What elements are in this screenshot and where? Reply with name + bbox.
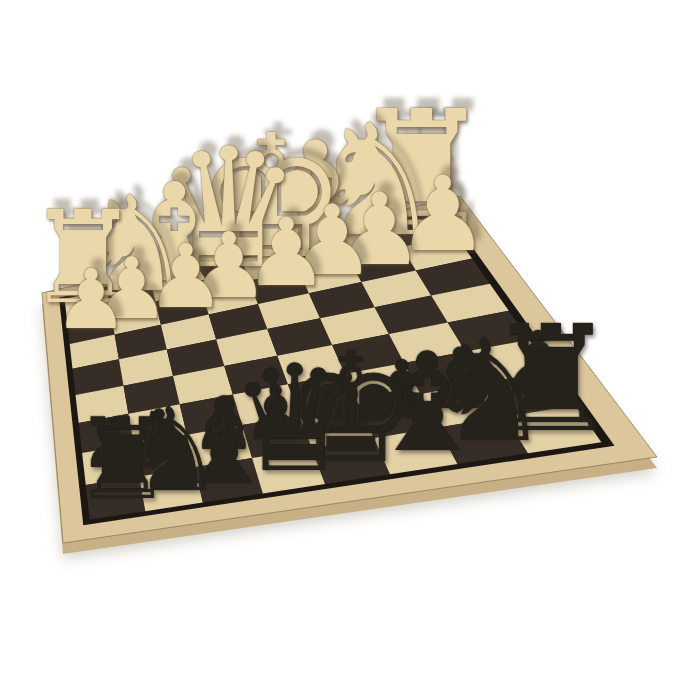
chess-set-photo: ♜♞♝♛♚♝♞♜♟♟♟♟♟♟♟♟♟♟♟♟♟♟♟♟♜♞♝♛♚♝♞♜♖ [0,0,700,700]
black-rook-a8[interactable]: ♜ [55,404,189,516]
white-pawn-a2[interactable]: ♟ [42,258,141,341]
